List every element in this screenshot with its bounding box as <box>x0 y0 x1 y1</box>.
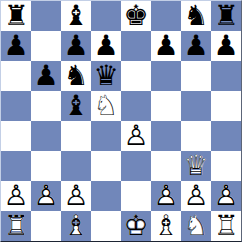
black-pawn-c7[interactable]: ♟ <box>61 31 91 61</box>
square-c2[interactable]: ♟♙ <box>61 181 91 211</box>
square-d5[interactable]: ♞♘ <box>91 91 121 121</box>
white-pawn-e4[interactable]: ♟♙ <box>121 121 151 151</box>
black-queen-icon: ♛ <box>91 61 121 91</box>
white-pawn-fill-icon: ♟ <box>151 181 181 211</box>
black-rook-icon: ♜ <box>1 1 31 31</box>
black-bishop-icon: ♝ <box>61 91 91 121</box>
white-rook-fill-icon: ♜ <box>211 211 241 241</box>
white-bishop-outline-icon: ♗ <box>61 211 91 241</box>
white-king-outline-icon: ♔ <box>121 211 151 241</box>
square-c8[interactable]: ♝ <box>61 1 91 31</box>
square-g1[interactable]: ♞♘ <box>181 211 211 241</box>
white-pawn-outline-icon: ♙ <box>31 181 61 211</box>
square-d8[interactable] <box>91 1 121 31</box>
white-pawn-fill-icon: ♟ <box>121 121 151 151</box>
black-bishop-icon: ♝ <box>61 1 91 31</box>
square-g3[interactable]: ♛♕ <box>181 151 211 181</box>
square-b5[interactable] <box>31 91 61 121</box>
square-b2[interactable]: ♟♙ <box>31 181 61 211</box>
square-d2[interactable] <box>91 181 121 211</box>
square-h5[interactable] <box>211 91 241 121</box>
square-f6[interactable] <box>151 61 181 91</box>
black-pawn-h7[interactable]: ♟ <box>211 31 241 61</box>
square-c7[interactable]: ♟ <box>61 31 91 61</box>
white-pawn-fill-icon: ♟ <box>211 181 241 211</box>
square-f3[interactable] <box>151 151 181 181</box>
white-pawn-outline-icon: ♙ <box>151 181 181 211</box>
square-g8[interactable]: ♞ <box>181 1 211 31</box>
white-king-fill-icon: ♚ <box>121 211 151 241</box>
square-g4[interactable] <box>181 121 211 151</box>
square-h4[interactable] <box>211 121 241 151</box>
square-b8[interactable] <box>31 1 61 31</box>
white-pawn-outline-icon: ♙ <box>1 181 31 211</box>
black-pawn-icon: ♟ <box>211 31 241 61</box>
square-b6[interactable]: ♟ <box>31 61 61 91</box>
square-a5[interactable] <box>1 91 31 121</box>
black-pawn-icon: ♟ <box>91 31 121 61</box>
black-pawn-icon: ♟ <box>181 31 211 61</box>
white-rook-fill-icon: ♜ <box>1 211 31 241</box>
white-rook-outline-icon: ♖ <box>211 211 241 241</box>
square-b4[interactable] <box>31 121 61 151</box>
square-c5[interactable]: ♝ <box>61 91 91 121</box>
square-g2[interactable]: ♟♙ <box>181 181 211 211</box>
square-f1[interactable]: ♝♗ <box>151 211 181 241</box>
white-pawn-fill-icon: ♟ <box>31 181 61 211</box>
square-a3[interactable] <box>1 151 31 181</box>
white-king-e1[interactable]: ♚♔ <box>121 211 151 241</box>
black-rook-h8[interactable]: ♜ <box>211 1 241 31</box>
square-d7[interactable]: ♟ <box>91 31 121 61</box>
square-h1[interactable]: ♜♖ <box>211 211 241 241</box>
white-pawn-g2[interactable]: ♟♙ <box>181 181 211 211</box>
square-b3[interactable] <box>31 151 61 181</box>
square-f2[interactable]: ♟♙ <box>151 181 181 211</box>
square-f4[interactable] <box>151 121 181 151</box>
black-queen-d6[interactable]: ♛ <box>91 61 121 91</box>
white-pawn-fill-icon: ♟ <box>181 181 211 211</box>
square-a8[interactable]: ♜ <box>1 1 31 31</box>
black-pawn-d7[interactable]: ♟ <box>91 31 121 61</box>
square-c3[interactable] <box>61 151 91 181</box>
square-e1[interactable]: ♚♔ <box>121 211 151 241</box>
square-h6[interactable] <box>211 61 241 91</box>
white-pawn-fill-icon: ♟ <box>1 181 31 211</box>
square-e5[interactable] <box>121 91 151 121</box>
white-bishop-outline-icon: ♗ <box>151 211 181 241</box>
white-knight-outline-icon: ♘ <box>181 211 211 241</box>
black-pawn-icon: ♟ <box>151 31 181 61</box>
white-pawn-b2[interactable]: ♟♙ <box>31 181 61 211</box>
square-e2[interactable] <box>121 181 151 211</box>
white-pawn-fill-icon: ♟ <box>61 181 91 211</box>
white-pawn-outline-icon: ♙ <box>61 181 91 211</box>
white-pawn-a2[interactable]: ♟♙ <box>1 181 31 211</box>
square-c6[interactable]: ♞ <box>61 61 91 91</box>
black-bishop-c8[interactable]: ♝ <box>61 1 91 31</box>
square-d1[interactable] <box>91 211 121 241</box>
black-bishop-c5[interactable]: ♝ <box>61 91 91 121</box>
black-pawn-a7[interactable]: ♟ <box>1 31 31 61</box>
square-a4[interactable] <box>1 121 31 151</box>
white-rook-h1[interactable]: ♜♖ <box>211 211 241 241</box>
chess-board: ♜♝♚♞♜♟♟♟♟♟♟♟♞♛♝♞♘♟♙♛♕♟♙♟♙♟♙♟♙♟♙♟♙♜♖♝♗♚♔♝… <box>0 0 242 242</box>
white-queen-g3[interactable]: ♛♕ <box>181 151 211 181</box>
black-rook-a8[interactable]: ♜ <box>1 1 31 31</box>
white-bishop-fill-icon: ♝ <box>151 211 181 241</box>
white-pawn-f2[interactable]: ♟♙ <box>151 181 181 211</box>
square-c4[interactable] <box>61 121 91 151</box>
white-bishop-f1[interactable]: ♝♗ <box>151 211 181 241</box>
black-king-icon: ♚ <box>121 1 151 31</box>
white-bishop-c1[interactable]: ♝♗ <box>61 211 91 241</box>
white-knight-fill-icon: ♞ <box>91 91 121 121</box>
square-b7[interactable] <box>31 31 61 61</box>
black-rook-icon: ♜ <box>211 1 241 31</box>
black-king-e8[interactable]: ♚ <box>121 1 151 31</box>
white-pawn-c2[interactable]: ♟♙ <box>61 181 91 211</box>
square-g6[interactable] <box>181 61 211 91</box>
white-knight-g1[interactable]: ♞♘ <box>181 211 211 241</box>
square-h7[interactable]: ♟ <box>211 31 241 61</box>
square-d4[interactable] <box>91 121 121 151</box>
white-knight-fill-icon: ♞ <box>181 211 211 241</box>
square-f8[interactable] <box>151 1 181 31</box>
square-f7[interactable]: ♟ <box>151 31 181 61</box>
square-e7[interactable] <box>121 31 151 61</box>
square-h3[interactable] <box>211 151 241 181</box>
square-g5[interactable] <box>181 91 211 121</box>
square-a6[interactable] <box>1 61 31 91</box>
black-pawn-icon: ♟ <box>1 31 31 61</box>
white-rook-a1[interactable]: ♜♖ <box>1 211 31 241</box>
black-pawn-icon: ♟ <box>31 61 61 91</box>
square-a2[interactable]: ♟♙ <box>1 181 31 211</box>
square-f5[interactable] <box>151 91 181 121</box>
square-a1[interactable]: ♜♖ <box>1 211 31 241</box>
black-pawn-icon: ♟ <box>61 31 91 61</box>
white-knight-d5[interactable]: ♞♘ <box>91 91 121 121</box>
square-d3[interactable] <box>91 151 121 181</box>
square-e4[interactable]: ♟♙ <box>121 121 151 151</box>
black-pawn-f7[interactable]: ♟ <box>151 31 181 61</box>
square-e6[interactable] <box>121 61 151 91</box>
square-d6[interactable]: ♛ <box>91 61 121 91</box>
white-knight-outline-icon: ♘ <box>91 91 121 121</box>
square-b1[interactable] <box>31 211 61 241</box>
black-knight-icon: ♞ <box>61 61 91 91</box>
white-rook-outline-icon: ♖ <box>1 211 31 241</box>
white-pawn-outline-icon: ♙ <box>121 121 151 151</box>
black-pawn-b6[interactable]: ♟ <box>31 61 61 91</box>
black-knight-icon: ♞ <box>181 1 211 31</box>
white-queen-fill-icon: ♛ <box>181 151 211 181</box>
square-e3[interactable] <box>121 151 151 181</box>
square-a7[interactable]: ♟ <box>1 31 31 61</box>
white-pawn-h2[interactable]: ♟♙ <box>211 181 241 211</box>
white-pawn-outline-icon: ♙ <box>181 181 211 211</box>
black-pawn-g7[interactable]: ♟ <box>181 31 211 61</box>
square-g7[interactable]: ♟ <box>181 31 211 61</box>
white-bishop-fill-icon: ♝ <box>61 211 91 241</box>
black-knight-g8[interactable]: ♞ <box>181 1 211 31</box>
square-e8[interactable]: ♚ <box>121 1 151 31</box>
black-knight-c6[interactable]: ♞ <box>61 61 91 91</box>
white-pawn-outline-icon: ♙ <box>211 181 241 211</box>
square-h8[interactable]: ♜ <box>211 1 241 31</box>
square-h2[interactable]: ♟♙ <box>211 181 241 211</box>
square-c1[interactable]: ♝♗ <box>61 211 91 241</box>
white-queen-outline-icon: ♕ <box>181 151 211 181</box>
